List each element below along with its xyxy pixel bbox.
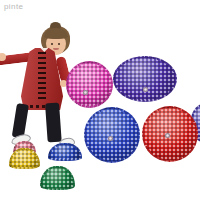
purple-massage-half-ball bbox=[113, 56, 177, 102]
pink-massage-half-ball bbox=[66, 61, 113, 108]
child-hair-fringe bbox=[44, 28, 68, 39]
red-massage-half-ball bbox=[142, 106, 198, 162]
air-valve-icon bbox=[165, 133, 170, 138]
dress-embroidery bbox=[38, 52, 46, 102]
child-right-eye bbox=[58, 43, 60, 45]
child-right-leg bbox=[45, 103, 62, 143]
child-left-leg bbox=[12, 103, 29, 138]
blue-massage-half-ball bbox=[84, 107, 140, 163]
watermark-text: pinte bbox=[4, 2, 23, 12]
child-left-eye bbox=[51, 43, 53, 45]
air-valve-icon bbox=[143, 87, 148, 92]
air-valve-icon bbox=[108, 136, 113, 141]
child-mouth bbox=[53, 48, 59, 50]
product-photo: pinte bbox=[0, 0, 200, 200]
air-valve-icon bbox=[83, 90, 88, 95]
